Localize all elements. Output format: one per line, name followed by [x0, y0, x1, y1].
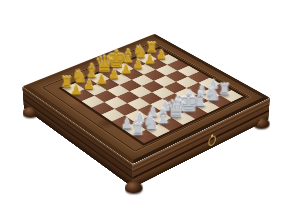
- case-top-burl-frame: [22, 34, 270, 165]
- pawn-glyph: ♟: [70, 83, 82, 96]
- chess-set-product-photo: ♜♞♝♛♚♝♞♜♟♟♟♟♟♟♟♟♟♟♟♟♟♟♟♟♜♞♝♛♚♝♞♜: [0, 0, 290, 200]
- chess-case: ♜♞♝♛♚♝♞♜♟♟♟♟♟♟♟♟♟♟♟♟♟♟♟♟♜♞♝♛♚♝♞♜: [22, 34, 270, 165]
- drawer-ring-pull[interactable]: [207, 133, 216, 147]
- bun-foot-icon: [125, 181, 143, 193]
- rook-glyph: ♜: [130, 122, 144, 138]
- ring-icon: [208, 134, 216, 147]
